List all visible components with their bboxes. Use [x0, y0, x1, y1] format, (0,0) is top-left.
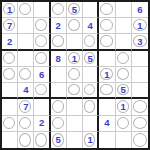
odd-cell-circle: [35, 52, 46, 64]
cell-r3c9[interactable]: 3: [132, 34, 148, 50]
cell-r9c9[interactable]: [132, 132, 148, 148]
cell-r2c5[interactable]: [67, 18, 83, 34]
cell-r2c3[interactable]: [34, 18, 50, 34]
odd-cell-circle: [3, 117, 15, 129]
cell-r7c6[interactable]: [83, 99, 99, 115]
given-digit: 7: [2, 18, 17, 33]
given-digit: 1: [83, 132, 97, 148]
cell-r6c3[interactable]: [34, 83, 50, 99]
cell-r5c6[interactable]: [83, 67, 99, 83]
given-digit: 2: [2, 34, 17, 48]
cell-r9c4[interactable]: 5: [51, 132, 67, 148]
cell-r5c4[interactable]: [51, 67, 67, 83]
cell-r6c7[interactable]: [99, 83, 115, 99]
cell-r4c2[interactable]: [18, 51, 34, 67]
cell-r1c3[interactable]: [34, 2, 50, 18]
cell-r8c3[interactable]: 2: [34, 116, 50, 132]
given-digit: 3: [132, 34, 148, 48]
cell-r4c9[interactable]: [132, 51, 148, 67]
cell-r8c1[interactable]: [2, 116, 18, 132]
cell-r6c8[interactable]: 5: [116, 83, 132, 99]
cell-r1c8[interactable]: [116, 2, 132, 18]
cell-r9c5[interactable]: [67, 132, 83, 148]
odd-cell-circle: [35, 133, 46, 147]
odd-cell-circle: [19, 3, 31, 15]
given-digit: 2: [34, 116, 48, 131]
odd-cell-circle: [68, 68, 80, 80]
odd-cell-circle: [117, 52, 129, 64]
cell-r5c5[interactable]: [67, 67, 83, 83]
cell-r9c6[interactable]: 1: [83, 132, 99, 148]
cell-r3c6[interactable]: [83, 34, 99, 50]
cell-r9c1[interactable]: [2, 132, 18, 148]
given-digit: 5: [51, 132, 66, 148]
cell-r6c9[interactable]: [132, 83, 148, 99]
cell-r4c6[interactable]: 5: [83, 51, 99, 67]
cell-r1c6[interactable]: [83, 2, 99, 18]
cell-r7c4[interactable]: [51, 99, 67, 115]
odd-cell-circle: [100, 84, 112, 95]
odd-cell-circle: [100, 19, 112, 31]
given-digit: 5: [116, 83, 131, 97]
cell-r6c4[interactable]: [51, 83, 67, 99]
given-digit: 4: [18, 83, 33, 97]
odd-cell-circle: [35, 84, 46, 95]
given-digit: 5: [67, 2, 82, 17]
cell-r7c8[interactable]: 1: [116, 99, 132, 115]
cell-r7c9[interactable]: [132, 99, 148, 115]
odd-cell-circle: [19, 68, 31, 80]
cell-r1c2[interactable]: [18, 2, 34, 18]
cell-r7c7[interactable]: [99, 99, 115, 115]
given-digit: 1: [2, 2, 17, 17]
cell-r5c9[interactable]: [132, 67, 148, 83]
cell-r2c9[interactable]: 1: [132, 18, 148, 34]
odd-cell-circle: [68, 19, 80, 31]
odd-cell-circle: [68, 84, 80, 95]
sudoku-board: 1567241238156145712451: [0, 0, 150, 150]
cell-r6c1[interactable]: [2, 83, 18, 99]
cell-r3c8[interactable]: [116, 34, 132, 50]
cell-r3c1[interactable]: 2: [2, 34, 18, 50]
cell-r2c2[interactable]: [18, 18, 34, 34]
odd-cell-circle: [84, 100, 95, 112]
odd-cell-circle: [52, 100, 64, 112]
given-digit: 5: [83, 51, 97, 66]
cell-r8c9[interactable]: [132, 116, 148, 132]
odd-cell-circle: [133, 100, 147, 112]
cell-r7c5[interactable]: [67, 99, 83, 115]
cell-r4c8[interactable]: [116, 51, 132, 67]
cell-r9c8[interactable]: [116, 132, 132, 148]
cell-r6c6[interactable]: [83, 83, 99, 99]
cell-r4c7[interactable]: [99, 51, 115, 67]
cell-r7c2[interactable]: 7: [18, 99, 34, 115]
cell-r3c7[interactable]: [99, 34, 115, 50]
odd-cell-circle: [35, 35, 46, 46]
odd-cell-circle: [52, 117, 64, 129]
cell-r1c9[interactable]: 6: [132, 2, 148, 18]
cell-r8c8[interactable]: [116, 116, 132, 132]
odd-cell-circle: [35, 19, 46, 31]
cell-r6c2[interactable]: 4: [18, 83, 34, 99]
given-digit: 6: [34, 67, 48, 82]
cell-r1c5[interactable]: 5: [67, 2, 83, 18]
cell-r3c2[interactable]: [18, 34, 34, 50]
odd-cell-circle: [3, 52, 15, 64]
given-digit: 4: [99, 116, 114, 131]
cell-r1c4[interactable]: [51, 2, 67, 18]
cell-r2c6[interactable]: 4: [83, 18, 99, 34]
given-digit: 1: [116, 99, 131, 114]
odd-cell-circle: [100, 35, 112, 46]
cell-r4c4[interactable]: 8: [51, 51, 67, 67]
cell-r2c4[interactable]: 2: [51, 18, 67, 34]
odd-cell-circle: [100, 3, 112, 15]
cell-r5c8[interactable]: [116, 67, 132, 83]
odd-cell-circle: [117, 68, 129, 80]
cell-r3c5[interactable]: [67, 34, 83, 50]
cell-r5c7[interactable]: 1: [99, 67, 115, 83]
odd-cell-circle: [19, 117, 31, 129]
cell-r5c3[interactable]: 6: [34, 67, 50, 83]
odd-cell-circle: [19, 133, 31, 147]
cell-r8c6[interactable]: [83, 116, 99, 132]
cell-r7c3[interactable]: [34, 99, 50, 115]
cell-r9c7[interactable]: [99, 132, 115, 148]
odd-cell-circle: [133, 117, 147, 129]
cell-r3c4[interactable]: [51, 34, 67, 50]
odd-cell-circle: [52, 3, 64, 15]
cell-r8c2[interactable]: [18, 116, 34, 132]
odd-cell-circle: [3, 68, 15, 80]
cell-r5c1[interactable]: [2, 67, 18, 83]
cell-r5c2[interactable]: [18, 67, 34, 83]
cell-r4c1[interactable]: [2, 51, 18, 67]
cell-r8c5[interactable]: [67, 116, 83, 132]
cell-r2c7[interactable]: [99, 18, 115, 34]
given-digit: 1: [67, 51, 82, 66]
cell-r3c3[interactable]: [34, 34, 50, 50]
given-digit: 1: [132, 18, 148, 33]
cell-r8c4[interactable]: [51, 116, 67, 132]
cell-r4c3[interactable]: [34, 51, 50, 67]
cell-r8c7[interactable]: 4: [99, 116, 115, 132]
given-digit: 2: [51, 18, 66, 33]
odd-cell-circle: [117, 117, 129, 129]
cell-r1c1[interactable]: 1: [2, 2, 18, 18]
odd-cell-circle: [84, 84, 95, 95]
given-digit: 1: [99, 67, 114, 82]
cell-r6c5[interactable]: [67, 83, 83, 99]
cell-r2c1[interactable]: 7: [2, 18, 18, 34]
given-digit: 8: [51, 51, 66, 66]
given-digit: 4: [83, 18, 97, 33]
cell-r1c7[interactable]: [99, 2, 115, 18]
given-digit: 6: [132, 2, 148, 17]
cell-r2c8[interactable]: [116, 18, 132, 34]
cell-r9c3[interactable]: [34, 132, 50, 148]
given-digit: 7: [18, 99, 33, 114]
odd-cell-circle: [133, 133, 147, 147]
odd-cell-circle: [84, 35, 95, 46]
cell-r7c1[interactable]: [2, 99, 18, 115]
cell-r4c5[interactable]: 1: [67, 51, 83, 67]
cell-r9c2[interactable]: [18, 132, 34, 148]
odd-cell-circle: [52, 35, 64, 46]
